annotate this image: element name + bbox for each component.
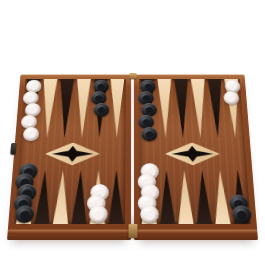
point-12[interactable]: ●●●●● [14,170,36,224]
checker-black[interactable]: ● [93,103,109,117]
diamond-inlay-icon [165,142,221,165]
point-17[interactable]: ●●● [91,79,109,138]
checker-white[interactable]: ● [140,206,159,223]
point-triangle [109,79,125,138]
point-9[interactable] [70,170,90,224]
point-triangle [34,170,53,224]
left-playing-field: ●●●●●●●● ●●●●●●●● [14,79,126,224]
point-triangle [52,170,71,224]
point-triangle [174,79,191,138]
point-4[interactable] [175,170,195,224]
diamond-core-icon [51,146,93,162]
point-7[interactable] [107,170,126,224]
brass-hinge-icon [128,224,137,238]
point-triangle [157,79,174,138]
point-triangle [176,170,194,224]
checker-white[interactable]: ● [89,206,108,223]
point-10[interactable] [51,170,72,224]
point-triangle [194,170,213,224]
right-playing-field: ●●●●●●● ●●●●●●● [139,79,251,224]
case-latch-icon [10,143,17,155]
brass-hinge-icon [129,73,136,79]
point-triangle [71,170,89,224]
product-photo-backdrop: ●●●●●●●● ●●●●●●●● ●●●●●●● ●●●●●●● [0,0,265,265]
point-19[interactable]: ●●●●● [139,79,157,138]
point-triangle [108,170,125,224]
point-triangle [158,170,175,224]
diamond-inlay-icon [44,142,100,165]
checker-black[interactable]: ● [142,127,158,141]
board-left-half: ●●●●●●●● ●●●●●●●● [7,74,131,240]
quadrant-top-right: ●●●●●●● [139,79,244,138]
quadrant-bottom-left: ●●●●●●●● [14,170,125,224]
point-24[interactable]: ●● [223,79,244,138]
quadrant-bottom-right: ●●●●●●● [140,170,251,224]
diamond-core-icon [171,146,213,162]
checker-white[interactable]: ● [223,91,239,104]
board-right-half: ●●●●●●● ●●●●●●● [134,74,258,240]
checker-black[interactable]: ● [232,206,252,223]
point-18[interactable] [108,79,126,138]
point-triangle [74,79,91,138]
point-16[interactable] [73,79,92,138]
point-6[interactable]: ●●●●● [140,170,159,224]
quadrant-top-left: ●●●●●●●● [21,79,126,138]
point-5[interactable] [157,170,176,224]
point-1[interactable]: ●● [229,170,251,224]
point-8[interactable]: ●●● [88,170,107,224]
checker-black[interactable]: ● [15,206,35,223]
point-triangle [57,79,75,138]
backgammon-board: ●●●●●●●● ●●●●●●●● ●●●●●●● ●●●●●●● [7,74,258,240]
point-20[interactable] [156,79,174,138]
